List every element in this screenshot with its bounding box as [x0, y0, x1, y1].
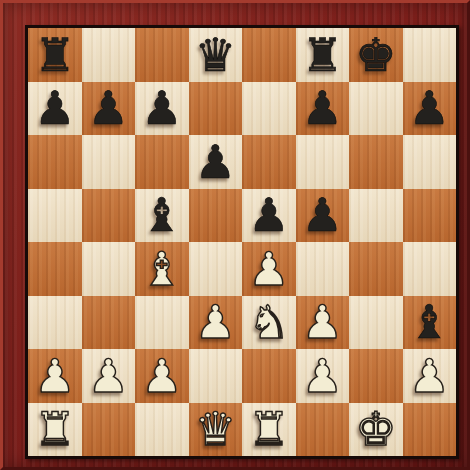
square-g4[interactable]	[349, 242, 403, 296]
square-f1[interactable]	[296, 403, 350, 457]
square-b3[interactable]	[82, 296, 136, 350]
square-d5[interactable]	[189, 189, 243, 243]
square-c2[interactable]: ♟	[135, 349, 189, 403]
square-e2[interactable]	[242, 349, 296, 403]
square-b5[interactable]	[82, 189, 136, 243]
square-e3[interactable]: ♞	[242, 296, 296, 350]
square-h4[interactable]	[403, 242, 457, 296]
square-a5[interactable]	[28, 189, 82, 243]
piece-white-pawn[interactable]: ♟	[302, 299, 343, 345]
piece-black-king[interactable]: ♚	[355, 32, 396, 78]
square-c5[interactable]: ♝	[135, 189, 189, 243]
piece-black-queen[interactable]: ♛	[195, 32, 236, 78]
piece-black-pawn[interactable]: ♟	[302, 85, 343, 131]
square-b8[interactable]	[82, 28, 136, 82]
piece-black-bishop[interactable]: ♝	[409, 299, 450, 345]
board-frame: ♜♛♜♚♟♟♟♟♟♟♝♟♟♝♟♟♞♟♝♟♟♟♟♟♜♛♜♚	[0, 0, 470, 470]
square-e5[interactable]: ♟	[242, 189, 296, 243]
square-b2[interactable]: ♟	[82, 349, 136, 403]
square-b6[interactable]	[82, 135, 136, 189]
square-b4[interactable]	[82, 242, 136, 296]
piece-white-pawn[interactable]: ♟	[248, 246, 289, 292]
square-e8[interactable]	[242, 28, 296, 82]
square-d3[interactable]: ♟	[189, 296, 243, 350]
square-f8[interactable]: ♜	[296, 28, 350, 82]
square-c6[interactable]	[135, 135, 189, 189]
square-a7[interactable]: ♟	[28, 82, 82, 136]
square-f6[interactable]	[296, 135, 350, 189]
piece-white-king[interactable]: ♚	[355, 406, 396, 452]
piece-white-pawn[interactable]: ♟	[141, 353, 182, 399]
square-g7[interactable]	[349, 82, 403, 136]
square-d6[interactable]: ♟	[189, 135, 243, 189]
square-g1[interactable]: ♚	[349, 403, 403, 457]
piece-black-pawn[interactable]: ♟	[248, 192, 289, 238]
piece-white-rook[interactable]: ♜	[34, 406, 75, 452]
piece-black-bishop[interactable]: ♝	[141, 192, 182, 238]
square-c3[interactable]	[135, 296, 189, 350]
square-f2[interactable]: ♟	[296, 349, 350, 403]
square-a2[interactable]: ♟	[28, 349, 82, 403]
square-a3[interactable]	[28, 296, 82, 350]
piece-white-pawn[interactable]: ♟	[195, 299, 236, 345]
piece-black-pawn[interactable]: ♟	[141, 85, 182, 131]
piece-white-bishop[interactable]: ♝	[141, 246, 182, 292]
square-a1[interactable]: ♜	[28, 403, 82, 457]
square-g2[interactable]	[349, 349, 403, 403]
piece-white-rook[interactable]: ♜	[248, 406, 289, 452]
square-g3[interactable]	[349, 296, 403, 350]
piece-white-knight[interactable]: ♞	[248, 299, 289, 345]
square-d4[interactable]	[189, 242, 243, 296]
piece-white-pawn[interactable]: ♟	[409, 353, 450, 399]
piece-white-pawn[interactable]: ♟	[302, 353, 343, 399]
square-a6[interactable]	[28, 135, 82, 189]
piece-black-pawn[interactable]: ♟	[302, 192, 343, 238]
square-h2[interactable]: ♟	[403, 349, 457, 403]
square-g8[interactable]: ♚	[349, 28, 403, 82]
square-e4[interactable]: ♟	[242, 242, 296, 296]
square-g5[interactable]	[349, 189, 403, 243]
square-c8[interactable]	[135, 28, 189, 82]
square-d7[interactable]	[189, 82, 243, 136]
square-h8[interactable]	[403, 28, 457, 82]
piece-black-rook[interactable]: ♜	[302, 32, 343, 78]
piece-white-pawn[interactable]: ♟	[88, 353, 129, 399]
square-d2[interactable]	[189, 349, 243, 403]
chess-board: ♜♛♜♚♟♟♟♟♟♟♝♟♟♝♟♟♞♟♝♟♟♟♟♟♜♛♜♚	[25, 25, 459, 459]
square-a8[interactable]: ♜	[28, 28, 82, 82]
piece-black-pawn[interactable]: ♟	[88, 85, 129, 131]
square-g6[interactable]	[349, 135, 403, 189]
square-f3[interactable]: ♟	[296, 296, 350, 350]
square-d1[interactable]: ♛	[189, 403, 243, 457]
square-b1[interactable]	[82, 403, 136, 457]
piece-black-pawn[interactable]: ♟	[409, 85, 450, 131]
square-h5[interactable]	[403, 189, 457, 243]
square-h7[interactable]: ♟	[403, 82, 457, 136]
piece-white-queen[interactable]: ♛	[195, 406, 236, 452]
piece-black-pawn[interactable]: ♟	[195, 139, 236, 185]
square-b7[interactable]: ♟	[82, 82, 136, 136]
square-e7[interactable]	[242, 82, 296, 136]
square-h3[interactable]: ♝	[403, 296, 457, 350]
square-a4[interactable]	[28, 242, 82, 296]
square-f5[interactable]: ♟	[296, 189, 350, 243]
square-f7[interactable]: ♟	[296, 82, 350, 136]
piece-black-pawn[interactable]: ♟	[34, 85, 75, 131]
piece-white-pawn[interactable]: ♟	[34, 353, 75, 399]
square-d8[interactable]: ♛	[189, 28, 243, 82]
square-f4[interactable]	[296, 242, 350, 296]
piece-black-rook[interactable]: ♜	[34, 32, 75, 78]
square-e6[interactable]	[242, 135, 296, 189]
square-c1[interactable]	[135, 403, 189, 457]
square-c4[interactable]: ♝	[135, 242, 189, 296]
square-c7[interactable]: ♟	[135, 82, 189, 136]
square-e1[interactable]: ♜	[242, 403, 296, 457]
square-h1[interactable]	[403, 403, 457, 457]
square-h6[interactable]	[403, 135, 457, 189]
